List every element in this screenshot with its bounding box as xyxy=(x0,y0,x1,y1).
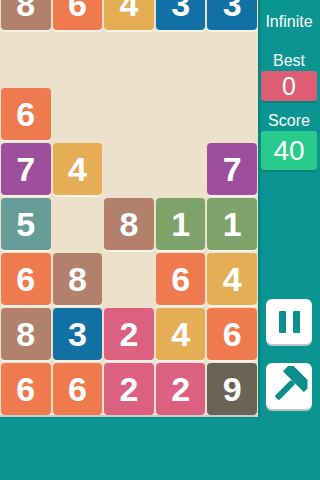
tile-6[interactable]: 6 xyxy=(1,88,51,140)
tile-6[interactable]: 6 xyxy=(53,0,103,30)
sidebar: Infinite Best 0 Score 40 xyxy=(258,0,320,480)
game-board: 864336747581168648324666229 xyxy=(0,0,258,417)
best-label: Best xyxy=(258,52,320,70)
hammer-icon xyxy=(269,366,309,406)
tile-4[interactable]: 4 xyxy=(53,143,103,195)
hammer-button[interactable] xyxy=(266,363,312,409)
pause-icon xyxy=(279,311,300,333)
tile-6[interactable]: 6 xyxy=(156,253,206,305)
tile-4[interactable]: 4 xyxy=(207,253,257,305)
tile-3[interactable]: 3 xyxy=(53,308,103,360)
score-value: 40 xyxy=(273,135,304,167)
tile-2[interactable]: 2 xyxy=(104,308,154,360)
tile-6[interactable]: 6 xyxy=(1,363,51,415)
tile-2[interactable]: 2 xyxy=(156,363,206,415)
pause-button[interactable] xyxy=(266,299,312,344)
tile-4[interactable]: 4 xyxy=(104,0,154,30)
tile-1[interactable]: 1 xyxy=(207,198,257,250)
best-value-box: 0 xyxy=(261,71,317,101)
score-label: Score xyxy=(258,112,320,130)
tile-8[interactable]: 8 xyxy=(53,253,103,305)
tile-4[interactable]: 4 xyxy=(156,308,206,360)
tile-6[interactable]: 6 xyxy=(207,308,257,360)
tile-9[interactable]: 9 xyxy=(207,363,257,415)
tile-5[interactable]: 5 xyxy=(1,198,51,250)
tile-8[interactable]: 8 xyxy=(1,0,51,30)
mode-label: Infinite xyxy=(258,13,320,31)
tile-7[interactable]: 7 xyxy=(1,143,51,195)
score-value-box: 40 xyxy=(261,131,317,170)
tile-3[interactable]: 3 xyxy=(156,0,206,30)
tile-8[interactable]: 8 xyxy=(1,308,51,360)
best-value: 0 xyxy=(282,72,296,101)
tile-6[interactable]: 6 xyxy=(53,363,103,415)
tile-7[interactable]: 7 xyxy=(207,143,257,195)
tile-2[interactable]: 2 xyxy=(104,363,154,415)
tile-6[interactable]: 6 xyxy=(1,253,51,305)
game-screen: 864336747581168648324666229 Infinite Bes… xyxy=(0,0,320,480)
tile-8[interactable]: 8 xyxy=(104,198,154,250)
tile-3[interactable]: 3 xyxy=(207,0,257,30)
tile-1[interactable]: 1 xyxy=(156,198,206,250)
